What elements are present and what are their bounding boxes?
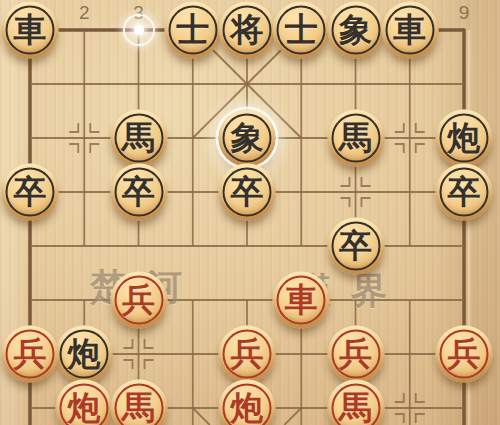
- piece-glyph: 士: [285, 14, 318, 47]
- piece-red-soldier[interactable]: 兵: [219, 326, 276, 383]
- piece-ring: 兵: [223, 330, 272, 379]
- piece-black-chariot[interactable]: 車: [381, 2, 438, 59]
- piece-black-general[interactable]: 将: [219, 2, 276, 59]
- piece-glyph: 車: [14, 14, 47, 47]
- piece-ring: 車: [6, 6, 55, 55]
- piece-ring: 車: [385, 6, 434, 55]
- piece-black-horse[interactable]: 馬: [110, 110, 167, 167]
- piece-ring: 象: [331, 6, 380, 55]
- piece-ring: 兵: [6, 330, 55, 379]
- piece-ring: 兵: [440, 330, 489, 379]
- last-move-origin-core: [134, 25, 144, 35]
- piece-glyph: 炮: [68, 338, 101, 371]
- piece-black-soldier[interactable]: 卒: [436, 164, 493, 221]
- piece-ring: 馬: [114, 384, 163, 425]
- piece-black-elephant[interactable]: 象: [327, 2, 384, 59]
- piece-black-elephant[interactable]: 象: [219, 110, 276, 167]
- piece-ring: 車: [277, 276, 326, 325]
- piece-glyph: 車: [285, 284, 318, 317]
- piece-red-soldier[interactable]: 兵: [327, 326, 384, 383]
- piece-glyph: 兵: [231, 338, 264, 371]
- piece-glyph: 馬: [339, 122, 372, 155]
- piece-ring: 馬: [114, 114, 163, 163]
- piece-black-advisor[interactable]: 士: [273, 2, 330, 59]
- piece-ring: 炮: [223, 384, 272, 425]
- piece-glyph: 将: [231, 14, 264, 47]
- piece-ring: 象: [223, 114, 272, 163]
- piece-glyph: 兵: [122, 284, 155, 317]
- piece-ring: 士: [277, 6, 326, 55]
- piece-black-advisor[interactable]: 士: [164, 2, 221, 59]
- piece-glyph: 炮: [68, 392, 101, 425]
- piece-glyph: 卒: [339, 230, 372, 263]
- piece-ring: 卒: [114, 168, 163, 217]
- piece-ring: 炮: [440, 114, 489, 163]
- piece-red-soldier[interactable]: 兵: [2, 326, 59, 383]
- piece-black-cannon[interactable]: 炮: [56, 326, 113, 383]
- piece-glyph: 卒: [122, 176, 155, 209]
- last-move-origin-marker: [123, 14, 155, 46]
- piece-black-soldier[interactable]: 卒: [2, 164, 59, 221]
- piece-ring: 馬: [331, 384, 380, 425]
- piece-ring: 士: [168, 6, 217, 55]
- piece-ring: 卒: [223, 168, 272, 217]
- piece-ring: 卒: [6, 168, 55, 217]
- piece-black-horse[interactable]: 馬: [327, 110, 384, 167]
- piece-glyph: 兵: [339, 338, 372, 371]
- file-label-9: 9: [459, 2, 470, 24]
- file-label-2: 2: [79, 2, 90, 24]
- piece-red-soldier[interactable]: 兵: [436, 326, 493, 383]
- xiangqi-board[interactable]: 楚河 漢界 123456789 車士将士象車馬象馬炮卒卒卒卒卒炮兵車兵兵兵兵炮馬…: [0, 0, 500, 425]
- piece-glyph: 兵: [14, 338, 47, 371]
- piece-glyph: 象: [339, 14, 372, 47]
- piece-glyph: 車: [393, 14, 426, 47]
- piece-glyph: 馬: [122, 122, 155, 155]
- piece-red-soldier[interactable]: 兵: [110, 272, 167, 329]
- piece-black-soldier[interactable]: 卒: [219, 164, 276, 221]
- piece-glyph: 馬: [339, 392, 372, 425]
- piece-glyph: 卒: [448, 176, 481, 209]
- piece-ring: 将: [223, 6, 272, 55]
- piece-glyph: 兵: [448, 338, 481, 371]
- piece-ring: 炮: [60, 330, 109, 379]
- piece-ring: 卒: [440, 168, 489, 217]
- piece-ring: 兵: [331, 330, 380, 379]
- piece-ring: 兵: [114, 276, 163, 325]
- piece-glyph: 象: [231, 122, 264, 155]
- piece-glyph: 卒: [231, 176, 264, 209]
- piece-ring: 馬: [331, 114, 380, 163]
- piece-black-soldier[interactable]: 卒: [327, 218, 384, 275]
- piece-ring: 炮: [60, 384, 109, 425]
- piece-glyph: 卒: [14, 176, 47, 209]
- piece-black-soldier[interactable]: 卒: [110, 164, 167, 221]
- piece-ring: 卒: [331, 222, 380, 271]
- piece-glyph: 馬: [122, 392, 155, 425]
- piece-glyph: 炮: [448, 122, 481, 155]
- piece-black-chariot[interactable]: 車: [2, 2, 59, 59]
- piece-glyph: 士: [176, 14, 209, 47]
- piece-glyph: 炮: [231, 392, 264, 425]
- piece-red-chariot[interactable]: 車: [273, 272, 330, 329]
- piece-black-cannon[interactable]: 炮: [436, 110, 493, 167]
